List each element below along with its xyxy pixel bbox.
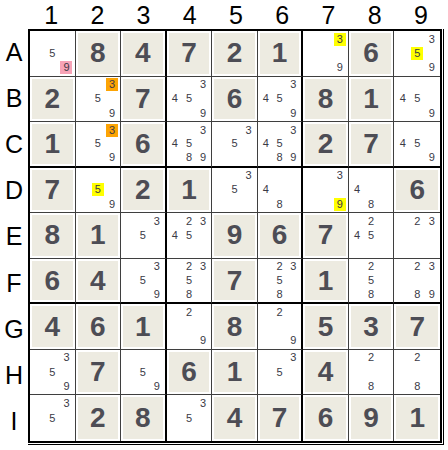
pencil-marks: 59: [76, 168, 121, 213]
candidate-3: 3: [197, 124, 209, 137]
cell-H5[interactable]: 1: [212, 350, 258, 396]
solved-digit: 6: [214, 79, 255, 120]
cell-D7[interactable]: 39: [303, 168, 349, 214]
candidate-2: 2: [365, 351, 377, 364]
sudoku-widget: 123456789 ABCDEFGHI 59847213963592359734…: [0, 0, 448, 450]
candidate-2: 2: [183, 260, 195, 273]
column-label-4: 4: [167, 0, 213, 29]
cell-A6[interactable]: 1: [258, 31, 304, 77]
candidate-4: 4: [397, 92, 409, 105]
cell-D8[interactable]: 48: [349, 168, 395, 214]
cell-D2[interactable]: 59: [76, 168, 122, 214]
solved-digit: 8: [123, 397, 163, 439]
solved-digit: 3: [351, 306, 392, 347]
cell-G2[interactable]: 6: [76, 304, 122, 350]
pencil-marks: 39: [303, 168, 348, 213]
pencil-marks: 28: [394, 350, 440, 395]
candidate-9: 9: [426, 288, 438, 301]
cell-H9[interactable]: 28: [394, 350, 440, 396]
candidate-5: 5: [183, 137, 195, 150]
candidate-9: 9: [197, 334, 209, 347]
column-label-3: 3: [120, 0, 166, 29]
cell-D3[interactable]: 2: [121, 168, 167, 214]
candidate-5: 5: [365, 274, 377, 287]
pencil-marks: 2389: [394, 259, 440, 303]
cell-D6[interactable]: 48: [258, 168, 304, 214]
cell-A2[interactable]: 8: [76, 31, 122, 77]
cell-E3[interactable]: 35: [121, 213, 167, 259]
solved-digit: 7: [305, 215, 346, 256]
highlighted-candidate-5: 5: [92, 183, 104, 196]
cell-C3[interactable]: 6: [121, 122, 167, 168]
highlighted-candidate-3: 3: [106, 124, 118, 137]
candidate-3: 3: [287, 78, 299, 91]
column-label-1: 1: [28, 0, 74, 29]
candidate-5: 5: [46, 412, 58, 425]
cell-I6[interactable]: 7: [258, 395, 304, 441]
row-labels: ABCDEFGHI: [0, 29, 28, 445]
row-label-B: B: [0, 75, 28, 121]
candidate-8: 8: [365, 380, 377, 393]
solved-digit: 1: [123, 306, 163, 347]
solved-digit: 1: [78, 215, 119, 256]
cell-C8[interactable]: 7: [349, 122, 395, 168]
pencil-marks: 258: [349, 259, 394, 303]
pencil-marks: 23: [394, 213, 440, 258]
candidate-3: 3: [151, 260, 163, 273]
candidate-9: 9: [106, 151, 118, 164]
cell-C7[interactable]: 2: [303, 122, 349, 168]
cell-G1[interactable]: 4: [30, 304, 76, 350]
pencil-marks: 35: [212, 122, 257, 166]
candidate-8: 8: [274, 198, 286, 211]
cell-B7[interactable]: 8: [303, 77, 349, 123]
column-label-6: 6: [259, 0, 305, 29]
cell-F6[interactable]: 2358: [258, 259, 304, 305]
cell-A5[interactable]: 2: [212, 31, 258, 77]
cell-D5[interactable]: 35: [212, 168, 258, 214]
cell-H8[interactable]: 28: [349, 350, 395, 396]
candidate-5: 5: [274, 274, 286, 287]
candidate-3: 3: [287, 260, 299, 273]
candidate-3: 3: [243, 124, 255, 137]
candidate-3: 3: [426, 215, 438, 228]
solved-digit: 2: [78, 397, 119, 439]
candidate-5: 5: [183, 412, 195, 425]
candidate-8: 8: [365, 198, 377, 211]
candidate-4: 4: [260, 183, 272, 196]
pencil-marks: 459: [394, 77, 440, 122]
pencil-marks: 35: [258, 350, 302, 395]
pencil-marks: 35: [121, 213, 165, 258]
candidate-2: 2: [183, 306, 195, 319]
cell-G3[interactable]: 1: [121, 304, 167, 350]
cell-C5[interactable]: 35: [212, 122, 258, 168]
cell-I2[interactable]: 2: [76, 395, 122, 441]
cell-B1[interactable]: 2: [30, 77, 76, 123]
cell-G8[interactable]: 3: [349, 304, 395, 350]
pencil-marks: 48: [258, 168, 302, 213]
row-label-H: H: [0, 353, 28, 399]
candidate-2: 2: [411, 215, 423, 228]
row-label-I: I: [0, 399, 28, 445]
cell-I5[interactable]: 4: [212, 395, 258, 441]
candidate-9: 9: [426, 61, 438, 74]
solved-digit: 7: [214, 261, 255, 301]
pencil-marks: 3459: [258, 77, 302, 122]
pencil-marks: 3459: [167, 77, 212, 122]
candidate-9: 9: [287, 334, 299, 347]
candidate-4: 4: [169, 92, 181, 105]
cell-F7[interactable]: 1: [303, 259, 349, 305]
pencil-marks: 359: [394, 31, 440, 76]
solved-digit: 6: [396, 170, 438, 211]
candidate-9: 9: [334, 61, 346, 74]
solved-digit: 4: [78, 261, 119, 301]
candidate-5: 5: [274, 366, 286, 379]
solved-digit: 4: [214, 397, 255, 439]
pencil-marks: 2345: [167, 213, 212, 258]
cell-F9[interactable]: 2389: [394, 259, 440, 305]
candidate-9: 9: [151, 288, 163, 301]
solved-digit: 8: [32, 215, 73, 256]
cell-I3[interactable]: 8: [121, 395, 167, 441]
cell-F3[interactable]: 359: [121, 259, 167, 305]
candidate-2: 2: [183, 215, 195, 228]
cell-E8[interactable]: 245: [349, 213, 395, 259]
cell-A3[interactable]: 4: [121, 31, 167, 77]
cell-I4[interactable]: 35: [167, 395, 213, 441]
solved-digit: 1: [169, 170, 210, 211]
candidate-5: 5: [92, 137, 104, 150]
pencil-marks: 39: [303, 31, 348, 76]
column-label-7: 7: [305, 0, 351, 29]
candidate-3: 3: [197, 260, 209, 273]
highlighted-candidate-9: 9: [334, 198, 346, 211]
candidate-5: 5: [92, 92, 104, 105]
cell-C2[interactable]: 359: [76, 122, 122, 168]
candidate-9: 9: [197, 107, 209, 120]
highlighted-candidate-3: 3: [106, 78, 118, 91]
pencil-marks: 359: [121, 259, 165, 303]
cell-F2[interactable]: 4: [76, 259, 122, 305]
solved-digit: 1: [396, 397, 438, 439]
candidate-5: 5: [46, 47, 58, 60]
pencil-marks: 48: [349, 168, 394, 213]
candidate-5: 5: [274, 137, 286, 150]
pencil-marks: 459: [394, 122, 440, 166]
candidate-4: 4: [351, 183, 363, 196]
solved-digit: 1: [351, 79, 392, 120]
cell-B3[interactable]: 7: [121, 77, 167, 123]
candidate-3: 3: [426, 33, 438, 46]
solved-digit: 9: [214, 215, 255, 256]
pencil-marks: 2358: [258, 259, 302, 303]
column-labels: 123456789: [28, 0, 444, 29]
cell-H1[interactable]: 359: [30, 350, 76, 396]
pencil-marks: 359: [76, 122, 121, 166]
highlighted-candidate-9: 9: [60, 61, 72, 74]
candidate-5: 5: [411, 137, 423, 150]
solved-digit: 6: [169, 352, 210, 393]
candidate-4: 4: [397, 137, 409, 150]
cell-H3[interactable]: 59: [121, 350, 167, 396]
candidate-2: 2: [411, 260, 423, 273]
solved-digit: 7: [32, 170, 73, 211]
candidate-5: 5: [137, 229, 149, 242]
cell-D4[interactable]: 1: [167, 168, 213, 214]
pencil-marks: 34589: [167, 122, 212, 166]
candidate-8: 8: [411, 380, 423, 393]
cell-A1[interactable]: 59: [30, 31, 76, 77]
cell-E6[interactable]: 6: [258, 213, 304, 259]
solved-digit: 8: [305, 79, 346, 120]
cell-D9[interactable]: 6: [394, 168, 440, 214]
cell-C4[interactable]: 34589: [167, 122, 213, 168]
solved-digit: 7: [78, 352, 119, 393]
cell-E2[interactable]: 1: [76, 213, 122, 259]
cell-E9[interactable]: 23: [394, 213, 440, 259]
candidate-5: 5: [137, 274, 149, 287]
solved-digit: 1: [305, 261, 346, 301]
candidate-3: 3: [60, 397, 72, 410]
candidate-9: 9: [60, 380, 72, 393]
column-label-2: 2: [74, 0, 120, 29]
corner-spacer: [0, 0, 28, 29]
column-label-5: 5: [213, 0, 259, 29]
column-label-8: 8: [352, 0, 398, 29]
solved-digit: 9: [351, 397, 392, 439]
cell-G6[interactable]: 29: [258, 304, 304, 350]
candidate-3: 3: [426, 260, 438, 273]
candidate-9: 9: [287, 151, 299, 164]
cell-H6[interactable]: 35: [258, 350, 304, 396]
candidate-8: 8: [411, 288, 423, 301]
pencil-marks: 28: [349, 350, 394, 395]
solved-digit: 8: [214, 306, 255, 347]
pencil-marks: 35: [30, 395, 75, 441]
candidate-5: 5: [183, 92, 195, 105]
cell-F4[interactable]: 2358: [167, 259, 213, 305]
cell-F5[interactable]: 7: [212, 259, 258, 305]
cell-I9[interactable]: 1: [394, 395, 440, 441]
solved-digit: 4: [32, 306, 73, 347]
cell-B5[interactable]: 6: [212, 77, 258, 123]
row-label-C: C: [0, 121, 28, 167]
pencil-marks: 59: [121, 350, 165, 395]
candidate-9: 9: [426, 107, 438, 120]
solved-digit: 2: [214, 33, 255, 74]
candidate-8: 8: [365, 288, 377, 301]
cell-B9[interactable]: 459: [394, 77, 440, 123]
candidate-2: 2: [365, 215, 377, 228]
cell-D1[interactable]: 7: [30, 168, 76, 214]
candidate-3: 3: [197, 397, 209, 410]
candidate-9: 9: [106, 107, 118, 120]
candidate-4: 4: [169, 229, 181, 242]
row-label-E: E: [0, 214, 28, 260]
solved-digit: 7: [351, 124, 392, 164]
candidate-4: 4: [169, 137, 181, 150]
cell-B2[interactable]: 359: [76, 77, 122, 123]
solved-digit: 2: [123, 170, 163, 211]
pencil-marks: 59: [30, 31, 75, 76]
candidate-5: 5: [274, 92, 286, 105]
pencil-marks: 35: [167, 395, 212, 441]
candidate-4: 4: [260, 92, 272, 105]
cell-H7[interactable]: 4: [303, 350, 349, 396]
sudoku-board: 5984721396359235973459634598145913596345…: [28, 29, 442, 443]
cell-E5[interactable]: 9: [212, 213, 258, 259]
cell-I7[interactable]: 6: [303, 395, 349, 441]
cell-F1[interactable]: 6: [30, 259, 76, 305]
candidate-3: 3: [287, 124, 299, 137]
candidate-3: 3: [60, 351, 72, 364]
cell-A7[interactable]: 39: [303, 31, 349, 77]
candidate-3: 3: [287, 351, 299, 364]
pencil-marks: 34589: [258, 122, 302, 166]
cell-G9[interactable]: 7: [394, 304, 440, 350]
pencil-marks: 245: [349, 213, 394, 258]
pencil-marks: 29: [167, 304, 212, 349]
solved-digit: 6: [32, 261, 73, 301]
solved-digit: 1: [260, 33, 300, 74]
solved-digit: 5: [305, 306, 346, 347]
solved-digit: 7: [169, 33, 210, 74]
cell-A8[interactable]: 6: [349, 31, 395, 77]
cell-C6[interactable]: 34589: [258, 122, 304, 168]
candidate-5: 5: [183, 274, 195, 287]
solved-digit: 4: [123, 33, 163, 74]
candidate-5: 5: [228, 137, 240, 150]
candidate-9: 9: [287, 107, 299, 120]
cell-B6[interactable]: 3459: [258, 77, 304, 123]
cell-E7[interactable]: 7: [303, 213, 349, 259]
solved-digit: 1: [32, 124, 73, 164]
column-label-9: 9: [398, 0, 444, 29]
pencil-marks: 35: [212, 168, 257, 213]
solved-digit: 8: [78, 33, 119, 74]
candidate-5: 5: [365, 229, 377, 242]
solved-digit: 6: [305, 397, 346, 439]
solved-digit: 1: [214, 352, 255, 393]
cell-H4[interactable]: 6: [167, 350, 213, 396]
candidate-8: 8: [183, 151, 195, 164]
candidate-9: 9: [197, 151, 209, 164]
solved-digit: 6: [260, 215, 300, 256]
candidate-5: 5: [411, 92, 423, 105]
candidate-5: 5: [46, 366, 58, 379]
solved-digit: 7: [260, 397, 300, 439]
solved-digit: 6: [123, 124, 163, 164]
cell-I8[interactable]: 9: [349, 395, 395, 441]
candidate-9: 9: [106, 198, 118, 211]
candidate-2: 2: [411, 351, 423, 364]
candidate-3: 3: [334, 169, 346, 182]
solved-digit: 2: [305, 124, 346, 164]
cell-E1[interactable]: 8: [30, 213, 76, 259]
cell-C9[interactable]: 459: [394, 122, 440, 168]
cell-G5[interactable]: 8: [212, 304, 258, 350]
solved-digit: 7: [396, 306, 438, 347]
candidate-9: 9: [426, 151, 438, 164]
row-label-F: F: [0, 260, 28, 306]
candidate-5: 5: [228, 183, 240, 196]
cell-B8[interactable]: 1: [349, 77, 395, 123]
board-outer: 5984721396359235973459634598145913596345…: [28, 29, 444, 445]
candidate-3: 3: [197, 215, 209, 228]
candidate-4: 4: [260, 137, 272, 150]
candidate-9: 9: [151, 380, 163, 393]
solved-digit: 2: [32, 79, 73, 120]
cell-F8[interactable]: 258: [349, 259, 395, 305]
cell-H2[interactable]: 7: [76, 350, 122, 396]
candidate-8: 8: [274, 151, 286, 164]
candidate-3: 3: [197, 78, 209, 91]
candidate-8: 8: [274, 288, 286, 301]
candidate-3: 3: [151, 215, 163, 228]
row-label-D: D: [0, 168, 28, 214]
highlighted-candidate-5: 5: [411, 47, 423, 60]
candidate-2: 2: [274, 306, 286, 319]
solved-digit: 6: [351, 33, 392, 74]
cell-A4[interactable]: 7: [167, 31, 213, 77]
candidate-2: 2: [274, 260, 286, 273]
pencil-marks: 2358: [167, 259, 212, 303]
candidate-5: 5: [137, 366, 149, 379]
cell-I1[interactable]: 35: [30, 395, 76, 441]
cell-G4[interactable]: 29: [167, 304, 213, 350]
cell-A9[interactable]: 359: [394, 31, 440, 77]
row-label-G: G: [0, 306, 28, 352]
cell-E4[interactable]: 2345: [167, 213, 213, 259]
pencil-marks: 359: [76, 77, 121, 122]
cell-B4[interactable]: 3459: [167, 77, 213, 123]
solved-digit: 4: [305, 352, 346, 393]
solved-digit: 7: [123, 79, 163, 120]
highlighted-candidate-3: 3: [334, 33, 346, 46]
row-label-A: A: [0, 29, 28, 75]
solved-digit: 6: [78, 306, 119, 347]
pencil-marks: 29: [258, 304, 302, 349]
cell-C1[interactable]: 1: [30, 122, 76, 168]
pencil-marks: 359: [30, 350, 75, 395]
candidate-5: 5: [183, 229, 195, 242]
candidate-4: 4: [351, 229, 363, 242]
candidate-3: 3: [243, 169, 255, 182]
cell-G7[interactable]: 5: [303, 304, 349, 350]
candidate-8: 8: [183, 288, 195, 301]
candidate-2: 2: [365, 260, 377, 273]
